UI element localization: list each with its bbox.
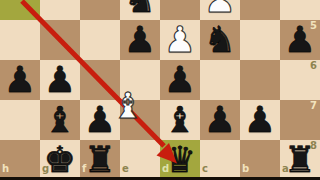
square-h8[interactable]	[0, 140, 40, 180]
file-label-h: h	[2, 164, 9, 174]
black-pawn-e5[interactable]: ♟	[120, 20, 160, 60]
square-b4[interactable]	[240, 0, 280, 20]
video-frame: hgfedcba5678♞♟♟♞♟♟♟♟♟♟♟♝♟♝♜♛♜♚♝	[0, 0, 320, 180]
black-knight-e4[interactable]: ♞	[120, 0, 160, 20]
square-h4[interactable]	[0, 0, 40, 20]
black-king-g8[interactable]: ♚	[40, 140, 80, 180]
square-b6[interactable]	[240, 60, 280, 100]
black-pawn-g6[interactable]: ♟	[40, 60, 80, 100]
square-c6[interactable]	[200, 60, 240, 100]
black-queen-d8[interactable]: ♛	[160, 140, 200, 180]
rank-label-7: 7	[310, 101, 317, 111]
black-knight-c5[interactable]: ♞	[200, 20, 240, 60]
chess-board[interactable]: hgfedcba5678♞♟♟♞♟♟♟♟♟♟♟♝♟♝♜♛♜♚♝	[0, 0, 320, 180]
square-f4[interactable]	[80, 0, 120, 20]
square-e8[interactable]	[120, 140, 160, 180]
black-pawn-a5[interactable]: ♟	[280, 20, 320, 60]
square-g5[interactable]	[40, 20, 80, 60]
square-a4[interactable]	[280, 0, 320, 20]
black-pawn-c7[interactable]: ♟	[200, 100, 240, 140]
black-pawn-b7[interactable]: ♟	[240, 100, 280, 140]
white-pawn-d5[interactable]: ♟	[160, 20, 200, 60]
file-label-e: e	[122, 164, 129, 174]
black-pawn-h6[interactable]: ♟	[0, 60, 40, 100]
black-bishop-g7[interactable]: ♝	[40, 100, 80, 140]
square-b8[interactable]	[240, 140, 280, 180]
square-d4[interactable]	[160, 0, 200, 20]
square-b5[interactable]	[240, 20, 280, 60]
black-bishop-d7[interactable]: ♝	[160, 100, 200, 140]
black-rook-a8[interactable]: ♜	[280, 140, 320, 180]
file-label-c: c	[202, 164, 208, 174]
white-bishop-moving[interactable]: ♝	[108, 86, 148, 126]
letterbox-bar	[0, 177, 320, 180]
file-label-b: b	[242, 164, 249, 174]
rank-label-6: 6	[310, 61, 317, 71]
square-g4[interactable]	[40, 0, 80, 20]
black-pawn-d6[interactable]: ♟	[160, 60, 200, 100]
white-pawn-c4[interactable]: ♟	[200, 0, 240, 20]
square-h7[interactable]	[0, 100, 40, 140]
square-h5[interactable]	[0, 20, 40, 60]
black-rook-f8[interactable]: ♜	[80, 140, 120, 180]
square-f5[interactable]	[80, 20, 120, 60]
square-c8[interactable]	[200, 140, 240, 180]
